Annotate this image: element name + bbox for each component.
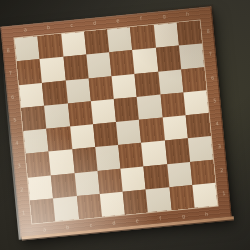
square-a5[interactable] bbox=[21, 106, 46, 131]
square-f4[interactable] bbox=[139, 118, 164, 143]
square-c1[interactable] bbox=[76, 194, 101, 219]
playing-area bbox=[15, 21, 218, 224]
square-d1[interactable] bbox=[100, 191, 125, 216]
square-d3[interactable] bbox=[95, 145, 120, 170]
chess-board: abcdefgh abcdefgh 87654321 87654321 bbox=[0, 6, 231, 237]
square-d8[interactable] bbox=[84, 29, 109, 54]
square-d6[interactable] bbox=[88, 76, 113, 101]
square-h6[interactable] bbox=[181, 67, 206, 92]
square-b5[interactable] bbox=[44, 103, 69, 128]
square-a3[interactable] bbox=[26, 152, 51, 177]
square-e4[interactable] bbox=[116, 120, 141, 145]
square-a2[interactable] bbox=[28, 175, 53, 200]
square-h5[interactable] bbox=[183, 90, 208, 115]
square-d7[interactable] bbox=[86, 53, 111, 78]
square-b2[interactable] bbox=[51, 173, 76, 198]
square-f3[interactable] bbox=[141, 141, 166, 166]
square-e6[interactable] bbox=[112, 73, 137, 98]
square-f7[interactable] bbox=[132, 48, 157, 73]
square-g8[interactable] bbox=[153, 23, 178, 48]
square-b1[interactable] bbox=[53, 196, 78, 221]
square-h7[interactable] bbox=[179, 44, 204, 69]
square-h4[interactable] bbox=[185, 113, 210, 138]
square-h8[interactable] bbox=[177, 21, 202, 46]
square-a6[interactable] bbox=[19, 82, 44, 107]
square-e2[interactable] bbox=[120, 166, 145, 191]
square-f6[interactable] bbox=[135, 71, 160, 96]
square-e8[interactable] bbox=[107, 27, 132, 52]
square-d5[interactable] bbox=[91, 99, 116, 124]
square-b8[interactable] bbox=[38, 34, 63, 59]
square-e5[interactable] bbox=[114, 97, 139, 122]
square-f1[interactable] bbox=[146, 187, 171, 212]
square-h1[interactable] bbox=[192, 183, 217, 208]
square-e1[interactable] bbox=[123, 189, 148, 214]
square-h3[interactable] bbox=[188, 136, 213, 161]
square-a7[interactable] bbox=[17, 59, 42, 84]
square-b7[interactable] bbox=[40, 57, 65, 82]
table-surface: abcdefgh abcdefgh 87654321 87654321 bbox=[0, 0, 250, 250]
square-b4[interactable] bbox=[47, 126, 72, 151]
square-e3[interactable] bbox=[118, 143, 143, 168]
square-g4[interactable] bbox=[162, 115, 187, 140]
square-g5[interactable] bbox=[160, 92, 185, 117]
square-g3[interactable] bbox=[165, 138, 190, 163]
square-b6[interactable] bbox=[42, 80, 67, 105]
square-b3[interactable] bbox=[49, 150, 74, 175]
square-a1[interactable] bbox=[30, 198, 55, 223]
square-c5[interactable] bbox=[67, 101, 92, 126]
square-c8[interactable] bbox=[61, 32, 86, 57]
square-c4[interactable] bbox=[70, 124, 95, 149]
square-f8[interactable] bbox=[130, 25, 155, 50]
square-g2[interactable] bbox=[167, 162, 192, 187]
square-e7[interactable] bbox=[109, 50, 134, 75]
square-g1[interactable] bbox=[169, 185, 194, 210]
square-c2[interactable] bbox=[74, 171, 99, 196]
square-c3[interactable] bbox=[72, 147, 97, 172]
square-d4[interactable] bbox=[93, 122, 118, 147]
square-d2[interactable] bbox=[97, 168, 122, 193]
square-f5[interactable] bbox=[137, 94, 162, 119]
square-g7[interactable] bbox=[156, 46, 181, 71]
square-c7[interactable] bbox=[63, 55, 88, 80]
square-a4[interactable] bbox=[23, 129, 48, 154]
square-h2[interactable] bbox=[190, 159, 215, 184]
square-a8[interactable] bbox=[15, 36, 40, 61]
square-c6[interactable] bbox=[65, 78, 90, 103]
square-f2[interactable] bbox=[144, 164, 169, 189]
square-g6[interactable] bbox=[158, 69, 183, 94]
